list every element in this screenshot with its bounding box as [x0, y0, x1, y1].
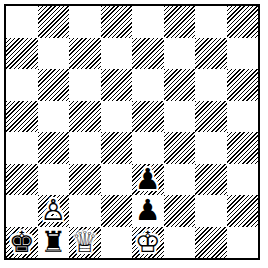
square-a8[interactable] [6, 6, 38, 38]
square-c7[interactable] [69, 38, 101, 70]
square-g4[interactable] [195, 132, 227, 164]
square-g8[interactable] [195, 6, 227, 38]
square-f7[interactable] [164, 38, 196, 70]
square-c4[interactable] [69, 132, 101, 164]
square-c3[interactable] [69, 164, 101, 196]
square-f6[interactable] [164, 69, 196, 101]
square-b5[interactable] [38, 101, 70, 133]
square-h8[interactable] [227, 6, 259, 38]
square-f3[interactable] [164, 164, 196, 196]
white-king: ♔ [135, 228, 161, 257]
square-e3[interactable]: ♟ [132, 164, 164, 196]
square-g6[interactable] [195, 69, 227, 101]
square-h4[interactable] [227, 132, 259, 164]
square-g3[interactable] [195, 164, 227, 196]
square-g1[interactable] [195, 227, 227, 259]
black-pawn: ♟ [135, 196, 161, 225]
square-d3[interactable] [101, 164, 133, 196]
square-e6[interactable] [132, 69, 164, 101]
square-f5[interactable] [164, 101, 196, 133]
square-e5[interactable] [132, 101, 164, 133]
white-pawn: ♙ [40, 196, 66, 225]
square-e8[interactable] [132, 6, 164, 38]
square-c1[interactable]: ♕ [69, 227, 101, 259]
square-g5[interactable] [195, 101, 227, 133]
square-b2[interactable]: ♙ [38, 195, 70, 227]
square-e4[interactable] [132, 132, 164, 164]
square-d5[interactable] [101, 101, 133, 133]
square-h6[interactable] [227, 69, 259, 101]
square-f4[interactable] [164, 132, 196, 164]
square-c6[interactable] [69, 69, 101, 101]
black-rook: ♜ [40, 228, 66, 257]
square-a1[interactable]: ♚ [6, 227, 38, 259]
square-b8[interactable] [38, 6, 70, 38]
square-b4[interactable] [38, 132, 70, 164]
black-king: ♚ [9, 228, 35, 257]
square-e2[interactable]: ♟ [132, 195, 164, 227]
square-g7[interactable] [195, 38, 227, 70]
square-g2[interactable] [195, 195, 227, 227]
square-d2[interactable] [101, 195, 133, 227]
square-a5[interactable] [6, 101, 38, 133]
chess-diagram: ♟♙♟♚♜♕♔ [0, 0, 268, 268]
square-d7[interactable] [101, 38, 133, 70]
square-h5[interactable] [227, 101, 259, 133]
square-h1[interactable] [227, 227, 259, 259]
square-f2[interactable] [164, 195, 196, 227]
square-h3[interactable] [227, 164, 259, 196]
square-h7[interactable] [227, 38, 259, 70]
square-a2[interactable] [6, 195, 38, 227]
square-b3[interactable] [38, 164, 70, 196]
square-b1[interactable]: ♜ [38, 227, 70, 259]
square-d8[interactable] [101, 6, 133, 38]
square-f8[interactable] [164, 6, 196, 38]
square-b6[interactable] [38, 69, 70, 101]
square-d4[interactable] [101, 132, 133, 164]
square-d1[interactable] [101, 227, 133, 259]
black-pawn: ♟ [135, 165, 161, 194]
square-c8[interactable] [69, 6, 101, 38]
square-a7[interactable] [6, 38, 38, 70]
square-a3[interactable] [6, 164, 38, 196]
square-a6[interactable] [6, 69, 38, 101]
square-d6[interactable] [101, 69, 133, 101]
square-c2[interactable] [69, 195, 101, 227]
square-e1[interactable]: ♔ [132, 227, 164, 259]
square-a4[interactable] [6, 132, 38, 164]
square-c5[interactable] [69, 101, 101, 133]
white-queen: ♕ [72, 228, 98, 257]
square-f1[interactable] [164, 227, 196, 259]
chess-board: ♟♙♟♚♜♕♔ [4, 4, 260, 260]
square-h2[interactable] [227, 195, 259, 227]
square-e7[interactable] [132, 38, 164, 70]
square-b7[interactable] [38, 38, 70, 70]
